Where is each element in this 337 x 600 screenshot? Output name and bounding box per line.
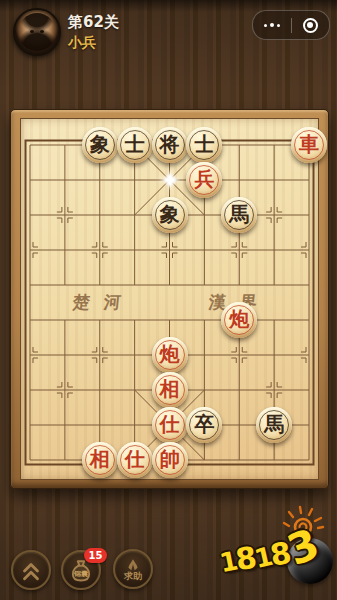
piece-red-chariot[interactable]: 車 (291, 127, 327, 163)
piece-red-advisor[interactable]: 仕 (117, 442, 153, 478)
exit-button[interactable] (292, 11, 330, 39)
piece-black-horse[interactable]: 馬 (221, 197, 257, 233)
piece-black-elephant[interactable]: 象 (82, 127, 118, 163)
piece-black-advisor[interactable]: 士 (186, 127, 222, 163)
sphere-icon (287, 538, 333, 584)
ellipsis-icon (277, 24, 280, 27)
chevrons-up-icon (18, 557, 44, 583)
hint-count-badge: 15 (84, 548, 107, 563)
piece-red-cannon[interactable]: 炮 (152, 337, 188, 373)
piece-black-advisor[interactable]: 士 (117, 127, 153, 163)
help-label: 求助 (124, 572, 142, 581)
watermark-18183: 18183 (219, 504, 335, 584)
player-rank: 小兵 (68, 34, 96, 52)
more-button[interactable] (253, 11, 291, 39)
board-field[interactable]: 楚河 漢界 象士将士車兵象馬炮炮相仕卒馬相仕帥 (20, 118, 319, 480)
piece-red-advisor[interactable]: 仕 (152, 407, 188, 443)
level-title: 第62关 (68, 13, 119, 32)
piece-red-elephant[interactable]: 相 (82, 442, 118, 478)
ask-help-button[interactable]: 求助 (113, 549, 153, 589)
pieces-layer: 象士将士車兵象馬炮炮相仕卒馬相仕帥 (21, 119, 318, 479)
ellipsis-icon (270, 23, 274, 27)
player-avatar[interactable] (13, 8, 61, 56)
piece-black-horse[interactable]: 馬 (256, 407, 292, 443)
target-icon (303, 18, 318, 33)
hint-bag-button[interactable]: 锦囊 15 (61, 550, 101, 590)
app-screen: 第62关 小兵 楚河 漢界 象士将士車兵象馬炮炮相仕卒馬相仕帥 (0, 0, 337, 600)
piece-red-soldier[interactable]: 兵 (186, 162, 222, 198)
piece-black-general[interactable]: 将 (152, 127, 188, 163)
piece-red-cannon[interactable]: 炮 (221, 302, 257, 338)
piece-red-general[interactable]: 帥 (152, 442, 188, 478)
piece-black-soldier[interactable]: 卒 (186, 407, 222, 443)
watermark-logo: 18183 (216, 521, 318, 581)
sun-icon (281, 504, 325, 538)
piece-red-elephant[interactable]: 相 (152, 372, 188, 408)
miniprogram-capsule (252, 10, 330, 40)
xiangqi-board: 楚河 漢界 象士将士車兵象馬炮炮相仕卒馬相仕帥 (10, 109, 329, 489)
collapse-menu-button[interactable] (11, 550, 51, 590)
bag-label: 锦囊 (73, 570, 88, 578)
ellipsis-icon (264, 24, 267, 27)
piece-black-elephant[interactable]: 象 (152, 197, 188, 233)
